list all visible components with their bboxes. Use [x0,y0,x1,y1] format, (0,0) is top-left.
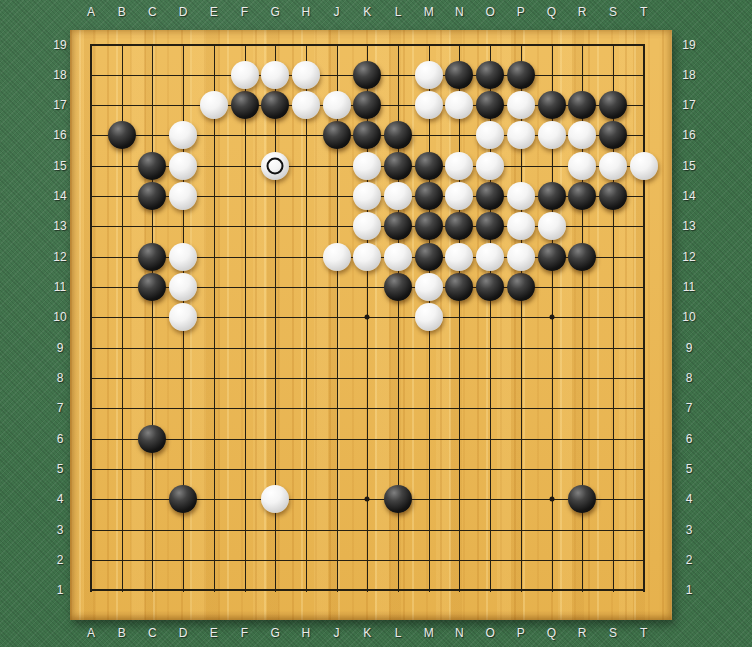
grid-line-horizontal-1 [90,589,645,591]
stone-black-M14 [415,182,443,210]
stone-white-Q16 [538,121,566,149]
stone-white-J12 [323,243,351,271]
stone-black-P18 [507,61,535,89]
stone-black-L11 [384,273,412,301]
stone-black-L16 [384,121,412,149]
stone-white-E17 [200,91,228,119]
col-label-top-A: A [87,6,95,18]
stone-white-P17 [507,91,535,119]
col-label-top-F: F [241,6,248,18]
stone-black-N13 [445,212,473,240]
row-label-right-5: 5 [686,463,693,475]
row-label-right-19: 19 [682,39,695,51]
col-label-top-S: S [609,6,617,18]
grid-line-vertical-H [306,45,307,593]
stone-black-N11 [445,273,473,301]
row-label-left-14: 14 [53,190,66,202]
col-label-top-P: P [517,6,525,18]
col-label-bottom-H: H [302,627,311,639]
row-label-left-12: 12 [53,251,66,263]
col-label-bottom-L: L [395,627,402,639]
stone-black-O14 [476,182,504,210]
row-label-right-8: 8 [686,372,693,384]
stone-white-K15 [353,152,381,180]
stone-white-N14 [445,182,473,210]
stone-black-M12 [415,243,443,271]
grid-line-vertical-T [643,45,645,593]
row-label-right-4: 4 [686,493,693,505]
col-label-top-E: E [210,6,218,18]
stone-black-P11 [507,273,535,301]
grid-line-vertical-N [459,45,460,593]
stone-white-G4 [261,485,289,513]
stone-black-Q12 [538,243,566,271]
stone-white-O16 [476,121,504,149]
col-label-top-O: O [485,6,494,18]
stone-black-S17 [599,91,627,119]
stone-white-M17 [415,91,443,119]
row-label-left-5: 5 [57,463,64,475]
row-label-right-7: 7 [686,402,693,414]
row-label-right-17: 17 [682,99,695,111]
col-label-bottom-J: J [334,627,340,639]
row-label-left-6: 6 [57,433,64,445]
grid-line-vertical-C [152,45,153,593]
row-label-left-13: 13 [53,220,66,232]
col-label-bottom-P: P [517,627,525,639]
stone-white-R15 [568,152,596,180]
grid-line-horizontal-6 [90,439,645,440]
col-label-top-B: B [118,6,126,18]
stone-black-C11 [138,273,166,301]
col-label-bottom-M: M [424,627,434,639]
row-label-right-2: 2 [686,554,693,566]
row-label-left-18: 18 [53,69,66,81]
stone-white-Q13 [538,212,566,240]
stone-white-P13 [507,212,535,240]
row-label-left-2: 2 [57,554,64,566]
col-label-bottom-D: D [179,627,188,639]
row-label-right-9: 9 [686,342,693,354]
col-label-bottom-K: K [363,627,371,639]
stone-white-J17 [323,91,351,119]
stone-black-L4 [384,485,412,513]
col-label-bottom-C: C [148,627,157,639]
col-label-top-J: J [334,6,340,18]
col-label-bottom-F: F [241,627,248,639]
row-label-left-16: 16 [53,129,66,141]
stone-white-P16 [507,121,535,149]
grid-line-horizontal-5 [90,469,645,470]
stone-black-O11 [476,273,504,301]
stone-black-L15 [384,152,412,180]
row-label-right-6: 6 [686,433,693,445]
col-label-top-R: R [578,6,587,18]
row-label-left-9: 9 [57,342,64,354]
grid-line-horizontal-7 [90,408,645,409]
row-label-left-17: 17 [53,99,66,111]
stone-black-C6 [138,425,166,453]
col-label-bottom-G: G [271,627,280,639]
stone-black-R14 [568,182,596,210]
stone-black-M15 [415,152,443,180]
row-label-left-1: 1 [57,584,64,596]
stone-white-H17 [292,91,320,119]
row-label-right-3: 3 [686,524,693,536]
col-label-bottom-N: N [455,627,464,639]
row-label-right-11: 11 [683,281,695,293]
go-board[interactable] [70,30,672,620]
star-point-Q10 [549,315,554,320]
grid-line-horizontal-3 [90,530,645,531]
stone-black-C12 [138,243,166,271]
col-label-top-T: T [640,6,647,18]
grid-line-horizontal-9 [90,348,645,349]
row-label-left-7: 7 [57,402,64,414]
stone-white-G15 [261,152,289,180]
star-point-K4 [365,497,370,502]
stone-black-D4 [169,485,197,513]
stone-white-M11 [415,273,443,301]
stone-black-N18 [445,61,473,89]
col-label-bottom-R: R [578,627,587,639]
stone-white-D11 [169,273,197,301]
stone-white-K14 [353,182,381,210]
row-label-right-12: 12 [682,251,695,263]
col-label-top-L: L [395,6,402,18]
grid-line-horizontal-2 [90,560,645,561]
stone-white-H18 [292,61,320,89]
stone-white-M10 [415,303,443,331]
stone-black-M13 [415,212,443,240]
stone-white-S15 [599,152,627,180]
col-label-bottom-E: E [210,627,218,639]
stone-black-J16 [323,121,351,149]
last-move-marker [267,157,284,174]
stone-black-F17 [231,91,259,119]
col-label-top-C: C [148,6,157,18]
stone-white-L14 [384,182,412,210]
stone-black-O18 [476,61,504,89]
col-label-top-H: H [302,6,311,18]
stone-white-P12 [507,243,535,271]
stone-black-K16 [353,121,381,149]
col-label-top-N: N [455,6,464,18]
row-label-left-3: 3 [57,524,64,536]
col-label-top-K: K [363,6,371,18]
stone-black-R4 [568,485,596,513]
go-game-screenshot: AABBCCDDEEFFGGHHJJKKLLMMNNOOPPQQRRSSTT19… [0,0,752,647]
row-label-left-4: 4 [57,493,64,505]
stone-white-G18 [261,61,289,89]
row-label-right-1: 1 [686,584,693,596]
col-label-bottom-A: A [87,627,95,639]
stone-white-D16 [169,121,197,149]
stone-black-C15 [138,152,166,180]
grid-line-vertical-F [245,45,246,593]
stone-white-R16 [568,121,596,149]
row-label-right-16: 16 [682,129,695,141]
grid-line-vertical-E [214,45,215,593]
stone-white-F18 [231,61,259,89]
stone-white-D12 [169,243,197,271]
stone-black-B16 [108,121,136,149]
stone-white-O12 [476,243,504,271]
stone-black-C14 [138,182,166,210]
col-label-bottom-S: S [609,627,617,639]
stone-black-G17 [261,91,289,119]
stone-white-N15 [445,152,473,180]
row-label-left-15: 15 [53,160,66,172]
col-label-top-G: G [271,6,280,18]
stone-white-T15 [630,152,658,180]
stone-white-D10 [169,303,197,331]
row-label-left-8: 8 [57,372,64,384]
stone-black-S14 [599,182,627,210]
row-label-left-19: 19 [53,39,66,51]
stone-black-Q17 [538,91,566,119]
stone-black-O13 [476,212,504,240]
col-label-top-Q: Q [547,6,556,18]
star-point-Q4 [549,497,554,502]
row-label-right-15: 15 [682,160,695,172]
stone-black-L13 [384,212,412,240]
stone-black-S16 [599,121,627,149]
row-label-left-10: 10 [53,311,66,323]
stone-black-K18 [353,61,381,89]
col-label-top-D: D [179,6,188,18]
stone-white-P14 [507,182,535,210]
col-label-bottom-B: B [118,627,126,639]
stone-white-D15 [169,152,197,180]
stone-white-L12 [384,243,412,271]
stone-white-D14 [169,182,197,210]
row-label-right-13: 13 [682,220,695,232]
col-label-bottom-T: T [640,627,647,639]
stone-black-R12 [568,243,596,271]
stone-white-K13 [353,212,381,240]
row-label-left-11: 11 [54,281,66,293]
stone-black-R17 [568,91,596,119]
stone-white-K12 [353,243,381,271]
stone-white-O15 [476,152,504,180]
col-label-bottom-Q: Q [547,627,556,639]
grid-line-horizontal-8 [90,378,645,379]
stone-black-O17 [476,91,504,119]
stone-black-Q14 [538,182,566,210]
row-label-right-10: 10 [682,311,695,323]
star-point-K10 [365,315,370,320]
stone-white-N12 [445,243,473,271]
row-label-right-14: 14 [682,190,695,202]
stone-black-K17 [353,91,381,119]
stone-white-M18 [415,61,443,89]
stone-white-N17 [445,91,473,119]
col-label-top-M: M [424,6,434,18]
row-label-right-18: 18 [682,69,695,81]
col-label-bottom-O: O [485,627,494,639]
grid-line-vertical-A [90,45,92,593]
